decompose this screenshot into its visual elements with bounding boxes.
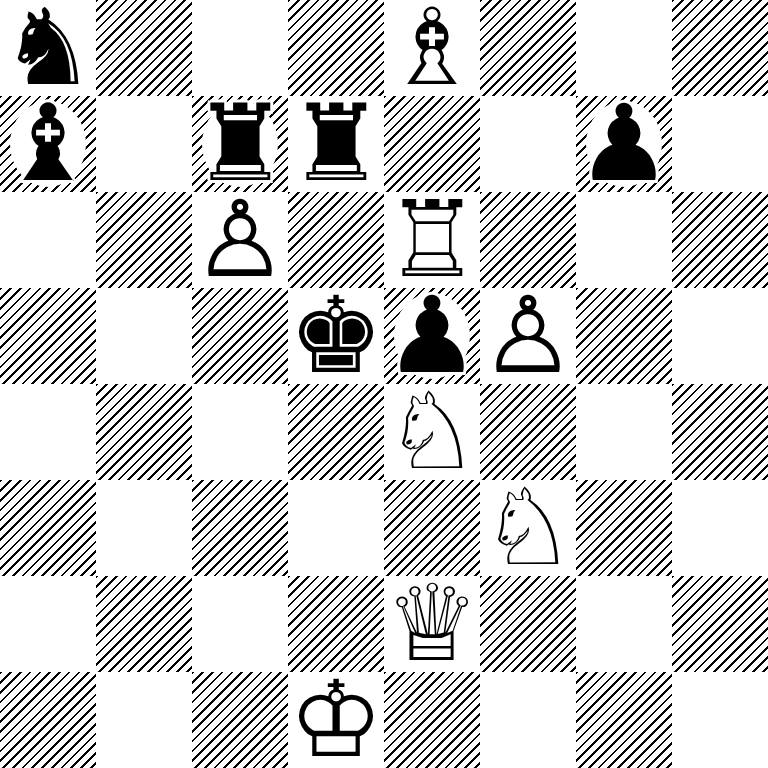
square-h8[interactable] <box>672 0 768 96</box>
square-a5[interactable] <box>0 288 96 384</box>
square-f2[interactable] <box>480 576 576 672</box>
square-f3[interactable]: ♘ <box>480 480 576 576</box>
square-g6[interactable] <box>576 192 672 288</box>
square-d3[interactable] <box>288 480 384 576</box>
chess-diagram: ♞♗♝♜♜♟♙♖♚♟♙♘♘♕♔ <box>0 0 768 768</box>
square-g3[interactable] <box>576 480 672 576</box>
square-c6[interactable]: ♙ <box>192 192 288 288</box>
square-d7[interactable]: ♜ <box>288 96 384 192</box>
square-a3[interactable] <box>0 480 96 576</box>
square-h3[interactable] <box>672 480 768 576</box>
square-e1[interactable] <box>384 672 480 768</box>
square-b1[interactable] <box>96 672 192 768</box>
square-c5[interactable] <box>192 288 288 384</box>
square-h7[interactable] <box>672 96 768 192</box>
square-c3[interactable] <box>192 480 288 576</box>
square-h2[interactable] <box>672 576 768 672</box>
piece-black-rook: ♜ <box>288 96 384 192</box>
square-b8[interactable] <box>96 0 192 96</box>
piece-white-knight: ♘ <box>480 480 576 576</box>
square-a1[interactable] <box>0 672 96 768</box>
square-h1[interactable] <box>672 672 768 768</box>
square-b3[interactable] <box>96 480 192 576</box>
square-d4[interactable] <box>288 384 384 480</box>
square-g2[interactable] <box>576 576 672 672</box>
piece-white-pawn: ♙ <box>480 288 576 384</box>
square-f7[interactable] <box>480 96 576 192</box>
piece-black-bishop: ♝ <box>0 96 96 192</box>
square-b5[interactable] <box>96 288 192 384</box>
square-f1[interactable] <box>480 672 576 768</box>
square-h4[interactable] <box>672 384 768 480</box>
square-e4[interactable]: ♘ <box>384 384 480 480</box>
piece-black-king: ♚ <box>288 288 384 384</box>
square-e2[interactable]: ♕ <box>384 576 480 672</box>
square-h6[interactable] <box>672 192 768 288</box>
square-c4[interactable] <box>192 384 288 480</box>
piece-white-knight: ♘ <box>384 384 480 480</box>
square-h5[interactable] <box>672 288 768 384</box>
piece-white-bishop: ♗ <box>384 0 480 96</box>
square-a7[interactable]: ♝ <box>0 96 96 192</box>
square-f8[interactable] <box>480 0 576 96</box>
square-c2[interactable] <box>192 576 288 672</box>
piece-white-king: ♔ <box>288 672 384 768</box>
square-b6[interactable] <box>96 192 192 288</box>
square-a6[interactable] <box>0 192 96 288</box>
square-g5[interactable] <box>576 288 672 384</box>
square-d1[interactable]: ♔ <box>288 672 384 768</box>
square-a2[interactable] <box>0 576 96 672</box>
piece-white-queen: ♕ <box>384 576 480 672</box>
square-g4[interactable] <box>576 384 672 480</box>
square-c1[interactable] <box>192 672 288 768</box>
square-b4[interactable] <box>96 384 192 480</box>
square-e8[interactable]: ♗ <box>384 0 480 96</box>
square-g7[interactable]: ♟ <box>576 96 672 192</box>
chess-board: ♞♗♝♜♜♟♙♖♚♟♙♘♘♕♔ <box>0 0 768 768</box>
piece-white-pawn: ♙ <box>192 192 288 288</box>
square-f5[interactable]: ♙ <box>480 288 576 384</box>
square-g1[interactable] <box>576 672 672 768</box>
square-a4[interactable] <box>0 384 96 480</box>
square-b7[interactable] <box>96 96 192 192</box>
square-b2[interactable] <box>96 576 192 672</box>
piece-black-pawn: ♟ <box>576 96 672 192</box>
square-d5[interactable]: ♚ <box>288 288 384 384</box>
